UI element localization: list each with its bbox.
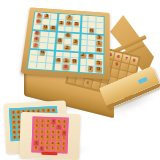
mini-tile: 5	[40, 124, 45, 129]
number-tile: 3	[44, 14, 50, 19]
mini-tile: 8	[46, 108, 50, 112]
number-tile: 4	[33, 37, 39, 42]
mini-tile: 5	[12, 130, 16, 134]
mini-tile: 6	[50, 141, 55, 146]
number-tile: 7	[87, 66, 93, 71]
brand-label	[138, 77, 148, 84]
mini-tile: 2	[56, 125, 61, 130]
mini-tile: 4	[11, 115, 15, 119]
number-tile: 1	[63, 58, 69, 63]
number-tile: 3	[72, 40, 78, 45]
number-tile: 9	[96, 67, 102, 72]
board-cell: 8	[62, 64, 70, 70]
mini-tile: 2	[12, 125, 16, 129]
mini-tile: 6	[62, 119, 67, 124]
number-tile: 1	[96, 41, 102, 46]
board-cell	[40, 37, 47, 43]
caption-illegible-red-text	[41, 152, 57, 155]
mini-tile: 1	[61, 136, 66, 141]
number-tile: 5	[74, 22, 80, 27]
board-cell: 9	[95, 66, 102, 72]
sudoku-grid-9x9: 537619598686348317266284195879	[29, 13, 103, 73]
number-tile: 5	[96, 60, 102, 65]
mini-tile: 6	[45, 124, 50, 129]
board-cell: 6	[35, 19, 42, 24]
mini-tile: 8	[12, 135, 16, 139]
board-cell	[88, 40, 95, 46]
mini-tile: 1	[34, 118, 39, 123]
number-tile: 6	[96, 47, 102, 52]
mini-grid-pink-6x6: 123456456123231564564231312645645312	[31, 116, 68, 153]
mini-tile: 1	[55, 147, 60, 152]
drawer-tile: 8	[130, 56, 138, 65]
mini-tile: 1	[45, 130, 50, 135]
board-cell	[37, 62, 45, 68]
mini-tile: 2	[61, 147, 66, 152]
number-tile: 2	[64, 45, 70, 50]
number-tile: 8	[63, 64, 69, 69]
board-cell: 9	[71, 58, 78, 64]
board-cell	[64, 39, 71, 45]
mini-tile: 2	[40, 119, 45, 124]
mini-tile: 5	[61, 141, 66, 146]
mini-tile: 3	[40, 130, 45, 135]
mini-tile: 7	[12, 120, 16, 124]
mini-tile: 3	[56, 136, 61, 141]
mini-board-front: 123456456123231564564231312645645312	[19, 112, 81, 160]
board-cell	[29, 62, 37, 68]
mini-tile: 4	[51, 119, 56, 124]
mini-tile: 4	[34, 124, 39, 129]
board-cell: 4	[32, 36, 39, 42]
mini-tile: 5	[51, 130, 56, 135]
product-photo: 123456786982514769 537619598686348317266…	[0, 0, 160, 160]
mini-tile: 5	[44, 146, 49, 151]
mini-tile: 4	[56, 141, 61, 146]
mini-tile: 1	[11, 110, 15, 114]
mini-tile: 5	[34, 135, 39, 140]
number-tile: 6	[35, 19, 41, 24]
number-tile: 7	[66, 16, 72, 21]
board-cell: 3	[72, 39, 79, 45]
board-cell	[30, 55, 38, 61]
number-tile: 5	[36, 13, 42, 18]
board-cell: 3	[43, 14, 50, 19]
board-cell: 7	[87, 66, 94, 72]
board-cell: 1	[96, 41, 103, 47]
mini-tile: 3	[50, 147, 55, 152]
number-tile: 9	[66, 21, 72, 26]
board-cell	[96, 17, 103, 22]
mini-tile: 2	[50, 136, 55, 141]
mini-tile: 4	[62, 130, 67, 135]
mini-tile: 5	[56, 119, 61, 124]
mini-tile: 2	[34, 129, 39, 134]
main-sudoku-board: 537619598686348317266284195879	[20, 7, 109, 79]
mini-tile: 3	[45, 119, 50, 124]
board-cell	[88, 17, 95, 22]
mini-tile: 3	[62, 125, 67, 130]
mini-tile: 4	[39, 146, 44, 151]
mini-tile: 6	[56, 130, 61, 135]
mini-tile: 6	[33, 146, 38, 151]
main-board-wrap: 537619598686348317266284195879	[24, 7, 109, 92]
board-surface: 537619598686348317266284195879	[27, 11, 105, 74]
board-cell	[70, 65, 77, 71]
mini-tile: 2	[16, 110, 20, 114]
board-cell: 5	[73, 21, 80, 26]
mini-tile: 2	[45, 141, 50, 146]
mini-tile: 9	[51, 108, 55, 112]
board-cell	[38, 56, 46, 62]
mini-tile: 1	[51, 125, 56, 130]
number-tile: 9	[71, 58, 77, 63]
mini-tile: 3	[34, 140, 39, 145]
mini-tile: 4	[45, 135, 50, 140]
board-cell	[96, 23, 103, 28]
number-tile: 7	[32, 43, 38, 48]
board-cell: 9	[65, 21, 72, 26]
mini-tile: 1	[39, 141, 44, 146]
mini-tile: 6	[39, 135, 44, 140]
